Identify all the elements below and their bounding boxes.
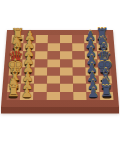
- chess-set-product-photo: ♜♟♟♜♞♟♟♞♝♟♟♝♛♟♟♛♚♟♟♚♝♟♟♝♞♟♟♞♜♟♟♜: [0, 0, 120, 144]
- piece-white-pawn[interactable]: ♟: [20, 86, 33, 99]
- piece-white-rook[interactable]: ♜: [6, 84, 21, 99]
- chess-pieces-layer: ♜♟♟♜♞♟♟♞♝♟♟♝♛♟♟♛♚♟♟♚♝♟♟♝♞♟♟♞♜♟♟♜: [0, 0, 120, 144]
- piece-black-rook[interactable]: ♜: [99, 84, 114, 99]
- piece-black-pawn[interactable]: ♟: [87, 86, 100, 99]
